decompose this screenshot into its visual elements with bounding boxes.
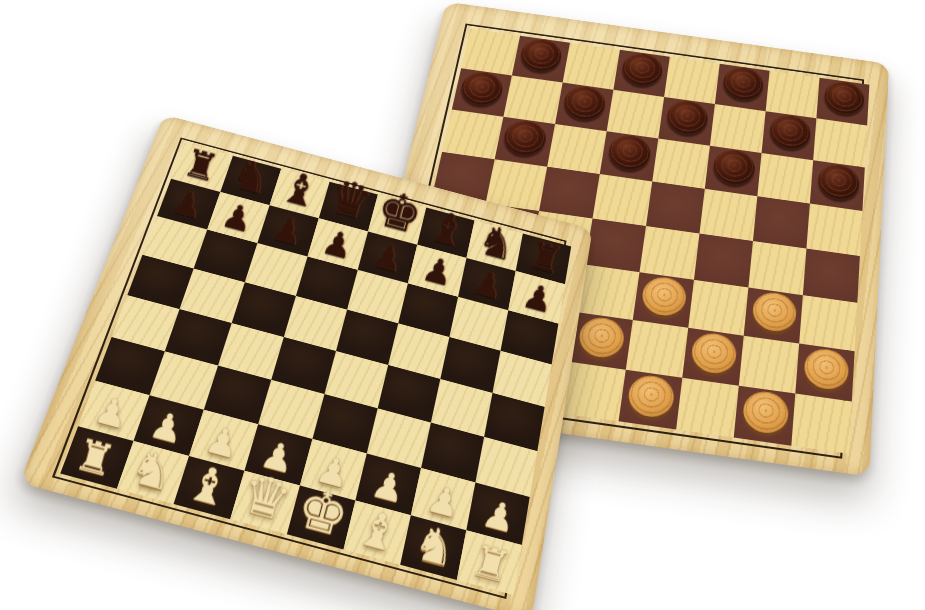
checkers-square-r0c2[interactable] (563, 43, 620, 90)
checkers-square-r1c7[interactable] (813, 118, 867, 167)
checkers-square-r1c5[interactable] (710, 104, 766, 153)
checker-light-piece[interactable] (690, 331, 738, 376)
checkers-square-r4c5[interactable] (694, 234, 753, 288)
checkers-square-r5c4[interactable] (633, 272, 694, 328)
checker-dark-piece[interactable] (607, 133, 653, 172)
checkers-square-r1c4[interactable] (658, 97, 715, 146)
chess-piece-black-pawn[interactable]: ♟ (319, 225, 357, 265)
checker-light-piece[interactable] (751, 290, 797, 334)
chess-piece-white-bishop[interactable]: ♝ (182, 456, 237, 514)
checkers-square-r4c7[interactable] (803, 249, 860, 303)
checkers-square-r1c6[interactable] (762, 111, 817, 160)
chess-piece-black-pawn[interactable]: ♟ (218, 198, 256, 238)
checkers-square-r6c4[interactable] (626, 320, 688, 378)
checker-dark-piece[interactable] (518, 37, 563, 74)
chess-piece-white-king[interactable]: ♚ (291, 478, 354, 546)
chess-square-g5[interactable] (440, 337, 500, 393)
checkers-square-r1c2[interactable] (555, 83, 613, 132)
checkers-square-r0c4[interactable] (664, 57, 720, 104)
chess-piece-black-pawn[interactable]: ♟ (168, 184, 206, 224)
chess-piece-black-pawn[interactable]: ♟ (419, 251, 457, 291)
checkers-square-r6c7[interactable] (795, 343, 854, 401)
chess-piece-black-queen[interactable]: ♛ (324, 172, 377, 228)
checkers-square-r3c6[interactable] (753, 196, 810, 248)
chess-piece-white-knight[interactable]: ♞ (408, 518, 462, 575)
chess-frame-line: ♜♞♝♛♚♝♞♜♟♟♟♟♟♟♟♟♟♟♟♟♟♟♟♟♜♞♝♛♚♝♞♜ (52, 137, 567, 599)
checkers-square-r2c5[interactable] (705, 146, 762, 197)
checkers-square-r0c1[interactable] (512, 36, 570, 83)
checkers-square-r4c6[interactable] (748, 241, 806, 295)
checkers-square-r3c5[interactable] (699, 189, 757, 241)
chess-piece-black-pawn[interactable]: ♟ (269, 211, 307, 251)
chess-piece-black-pawn[interactable]: ♟ (469, 265, 507, 305)
checkers-square-r2c4[interactable] (652, 138, 710, 188)
checkers-square-r0c3[interactable] (613, 50, 669, 97)
checkers-square-r3c7[interactable] (806, 204, 862, 256)
chess-piece-white-bishop[interactable]: ♝ (351, 502, 406, 560)
checker-dark-piece[interactable] (620, 51, 664, 88)
checker-light-piece[interactable] (640, 275, 688, 318)
product-photo-scene: ♜♞♝♛♚♝♞♜♟♟♟♟♟♟♟♟♟♟♟♟♟♟♟♟♜♞♝♛♚♝♞♜ (0, 0, 925, 610)
checker-dark-piece[interactable] (458, 70, 505, 108)
checker-light-piece[interactable] (626, 373, 676, 420)
checkers-square-r1c1[interactable] (503, 75, 562, 123)
chess-piece-white-rook[interactable]: ♜ (467, 538, 516, 590)
checker-dark-piece[interactable] (823, 79, 864, 116)
checker-dark-piece[interactable] (712, 147, 756, 186)
checkers-square-r7c5[interactable] (676, 378, 739, 438)
checkers-square-r1c3[interactable] (607, 90, 664, 139)
checker-dark-piece[interactable] (722, 65, 765, 102)
checkers-square-r1c0[interactable] (452, 68, 512, 116)
checkers-square-r7c7[interactable] (791, 394, 851, 454)
chess-square-f1[interactable]: ♝ (344, 500, 411, 564)
chess-piece-black-rook[interactable]: ♜ (180, 143, 222, 188)
chess-piece-white-rook[interactable]: ♜ (71, 432, 120, 484)
checker-light-piece[interactable] (742, 389, 790, 436)
checker-dark-piece[interactable] (769, 113, 812, 151)
chess-piece-white-pawn[interactable]: ♟ (91, 391, 133, 436)
chess-piece-white-pawn[interactable]: ♟ (478, 495, 520, 540)
checkers-square-r0c5[interactable] (715, 64, 770, 111)
chess-piece-black-pawn[interactable]: ♟ (519, 278, 557, 318)
chess-square-h5[interactable] (492, 351, 551, 407)
checkers-square-r7c4[interactable] (619, 370, 683, 430)
checker-dark-piece[interactable] (665, 98, 709, 136)
checkers-square-r0c0[interactable] (461, 29, 520, 76)
checkers-square-r3c4[interactable] (646, 181, 705, 233)
checkers-square-r7c6[interactable] (734, 386, 796, 446)
checkers-square-r2c7[interactable] (810, 160, 865, 211)
checker-light-piece[interactable] (803, 346, 849, 391)
checkers-square-r5c5[interactable] (688, 280, 748, 336)
checker-dark-piece[interactable] (817, 162, 860, 202)
chess-piece-black-king[interactable]: ♚ (372, 183, 427, 242)
chess-piece-black-knight[interactable]: ♞ (228, 152, 275, 202)
chess-piece-black-bishop[interactable]: ♝ (276, 164, 324, 215)
checker-dark-piece[interactable] (562, 84, 608, 122)
chess-piece-white-knight[interactable]: ♞ (125, 442, 179, 499)
checkers-square-r6c6[interactable] (739, 336, 799, 394)
chess-board-tilt: ♜♞♝♛♚♝♞♜♟♟♟♟♟♟♟♟♟♟♟♟♟♟♟♟♜♞♝♛♚♝♞♜ (15, 115, 603, 610)
checkers-square-r0c6[interactable] (766, 71, 820, 119)
chess-piece-black-bishop[interactable]: ♝ (424, 203, 472, 254)
checkers-square-r4c4[interactable] (640, 226, 700, 280)
chess-piece-white-queen[interactable]: ♛ (236, 465, 297, 530)
checkers-square-r6c5[interactable] (682, 328, 743, 386)
checkers-square-r5c6[interactable] (744, 287, 803, 343)
chess-grid: ♜♞♝♛♚♝♞♜♟♟♟♟♟♟♟♟♟♟♟♟♟♟♟♟♜♞♝♛♚♝♞♜ (60, 143, 560, 592)
checkers-square-r2c6[interactable] (757, 153, 813, 204)
chess-piece-black-rook[interactable]: ♜ (524, 235, 566, 280)
chess-square-g1[interactable]: ♞ (400, 515, 466, 580)
chess-square-e1[interactable]: ♚ (287, 486, 356, 550)
chess-piece-black-knight[interactable]: ♞ (474, 217, 521, 267)
checkers-square-r0c7[interactable] (816, 78, 869, 126)
checkers-square-r5c7[interactable] (799, 295, 857, 351)
chess-piece-black-pawn[interactable]: ♟ (369, 238, 407, 278)
chess-board: ♜♞♝♛♚♝♞♜♟♟♟♟♟♟♟♟♟♟♟♟♟♟♟♟♜♞♝♛♚♝♞♜ (20, 115, 593, 610)
